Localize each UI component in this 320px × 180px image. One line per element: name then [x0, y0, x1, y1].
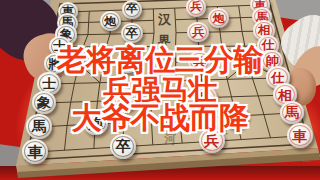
- caption-line-1: 老将离位三分输: [0, 44, 320, 76]
- river-label-he: 河: [164, 133, 176, 146]
- piece-red-c7-r3[interactable]: 兵: [187, 22, 208, 43]
- piece-black-c4-r9[interactable]: 卒: [110, 134, 136, 159]
- piece-red-c8-r2[interactable]: 炮: [208, 8, 229, 28]
- piece-black-c4-r3[interactable]: 卒: [121, 23, 142, 44]
- river-label-han: 汉: [158, 13, 171, 26]
- piece-black-c3-r2[interactable]: 炮: [100, 11, 121, 31]
- video-frame[interactable]: 汉 界 楚 河 〜〻 車馬象士將士象馬車炮炮卒卒卒卒卒車馬相仕帥仕相馬車炮炮兵兵…: [0, 0, 320, 180]
- watermark: ·····: [303, 158, 311, 164]
- piece-red-c7-r1[interactable]: 兵: [186, 0, 206, 17]
- caption-line-3: 大爷不战而降: [0, 102, 320, 134]
